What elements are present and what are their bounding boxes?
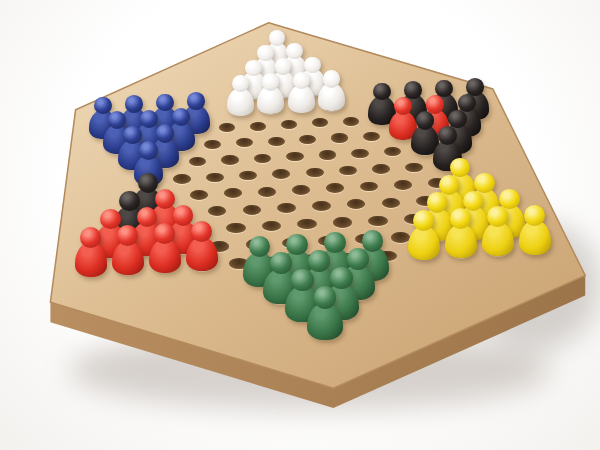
board-hole[interactable] (292, 185, 310, 195)
peg-red[interactable] (186, 221, 219, 271)
peg-white[interactable] (227, 75, 254, 116)
peg-head (139, 141, 158, 160)
peg-white[interactable] (257, 73, 284, 114)
board-hole[interactable] (368, 216, 387, 226)
peg-green[interactable] (307, 286, 343, 340)
peg-body (445, 224, 478, 258)
board-hole[interactable] (312, 201, 331, 211)
board-hole[interactable] (272, 169, 290, 179)
peg-head (187, 92, 205, 110)
board-hole[interactable] (258, 187, 276, 197)
peg-yellow[interactable] (482, 206, 515, 256)
board-hole[interactable] (372, 164, 390, 174)
board-hole[interactable] (363, 132, 380, 141)
peg-yellow[interactable] (519, 205, 552, 255)
board-hole[interactable] (281, 120, 298, 129)
peg-head (323, 70, 340, 87)
board-hole[interactable] (173, 174, 191, 184)
board-hole[interactable] (190, 190, 208, 200)
board-hole[interactable] (277, 203, 296, 213)
board-hole[interactable] (286, 152, 304, 161)
board-hole[interactable] (333, 217, 352, 227)
peg-red[interactable] (149, 223, 182, 273)
board-hole[interactable] (331, 133, 348, 142)
peg-head (416, 111, 434, 129)
peg-white[interactable] (288, 72, 315, 113)
peg-body (186, 237, 219, 271)
peg-yellow[interactable] (408, 210, 441, 260)
board-hole[interactable] (250, 122, 267, 131)
board-hole[interactable] (394, 180, 412, 190)
board-hole[interactable] (254, 154, 272, 163)
chinese-checkers-scene (0, 0, 600, 450)
peg-head (262, 73, 279, 90)
board-hole[interactable] (319, 150, 337, 159)
board-hole[interactable] (343, 117, 360, 126)
peg-red[interactable] (112, 225, 145, 275)
peg-yellow[interactable] (445, 208, 478, 258)
board-hole[interactable] (219, 123, 236, 132)
peg-white[interactable] (318, 70, 345, 111)
board-hole[interactable] (226, 223, 245, 233)
board-hole[interactable] (268, 137, 285, 146)
peg-head (314, 286, 337, 309)
board-hole[interactable] (243, 205, 262, 215)
board-hole[interactable] (382, 198, 401, 208)
peg-body (482, 222, 515, 256)
board-hole[interactable] (221, 155, 239, 164)
board-hole[interactable] (204, 140, 221, 149)
board-hole[interactable] (306, 168, 324, 178)
board-hole[interactable] (206, 173, 224, 183)
peg-red[interactable] (75, 227, 108, 277)
peg-head (438, 126, 457, 145)
peg-head (293, 72, 310, 89)
board-hole[interactable] (351, 149, 369, 158)
peg-head (524, 205, 545, 226)
